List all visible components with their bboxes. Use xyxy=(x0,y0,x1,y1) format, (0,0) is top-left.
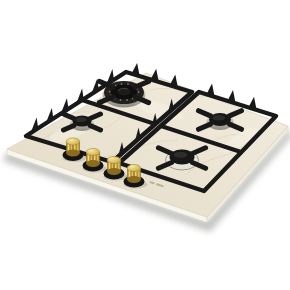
product-photo-gas-hob: Built-in four-burner gas hob in ivory en… xyxy=(0,0,290,290)
knob-body-bottom xyxy=(66,150,80,157)
knob-body-bottom xyxy=(107,168,121,175)
knob-top xyxy=(127,164,141,171)
knob-top xyxy=(86,148,100,155)
gas-hob-illustration: Built-in four-burner gas hob in ivory en… xyxy=(0,0,290,290)
knob-top xyxy=(66,138,80,145)
burner-cap-sheen xyxy=(174,152,188,158)
knob-body-bottom xyxy=(86,160,100,167)
burner-cap-sheen xyxy=(212,115,225,121)
knob-top xyxy=(107,156,121,163)
knob-body-bottom xyxy=(127,176,141,183)
burner-cap-sheen xyxy=(76,117,87,122)
